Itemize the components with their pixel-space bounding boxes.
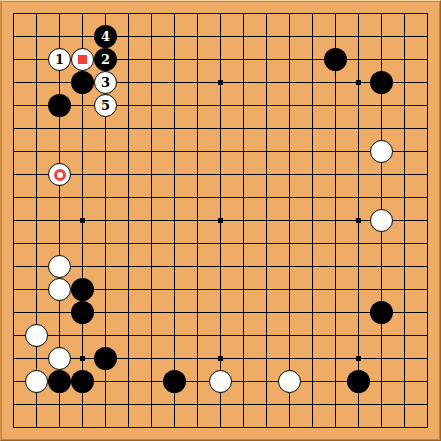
intersection-hr[interactable] (163, 393, 186, 416)
intersection-ah[interactable] (2, 163, 25, 186)
intersection-hl[interactable] (163, 255, 186, 278)
intersection-mf[interactable] (278, 117, 301, 140)
intersection-da[interactable] (71, 2, 94, 25)
intersection-qc[interactable] (370, 48, 393, 71)
intersection-qd[interactable] (370, 71, 393, 94)
intersection-ik[interactable] (186, 232, 209, 255)
intersection-as[interactable] (2, 416, 25, 439)
intersection-hm[interactable] (163, 278, 186, 301)
black-stone[interactable] (71, 370, 94, 393)
intersection-kb[interactable] (232, 25, 255, 48)
intersection-ll[interactable] (255, 255, 278, 278)
intersection-oc[interactable] (324, 48, 347, 71)
intersection-fh[interactable] (117, 163, 140, 186)
intersection-mm[interactable] (278, 278, 301, 301)
intersection-hb[interactable] (163, 25, 186, 48)
intersection-oa[interactable] (324, 2, 347, 25)
intersection-gb[interactable] (140, 25, 163, 48)
intersection-dd[interactable] (71, 71, 94, 94)
intersection-cg[interactable] (48, 140, 71, 163)
intersection-if[interactable] (186, 117, 209, 140)
intersection-na[interactable] (301, 2, 324, 25)
intersection-ps[interactable] (347, 416, 370, 439)
intersection-ka[interactable] (232, 2, 255, 25)
intersection-kd[interactable] (232, 71, 255, 94)
intersection-gn[interactable] (140, 301, 163, 324)
intersection-dn[interactable] (71, 301, 94, 324)
intersection-bl[interactable] (25, 255, 48, 278)
white-stone[interactable] (48, 347, 71, 370)
intersection-do[interactable] (71, 324, 94, 347)
intersection-se[interactable] (416, 94, 439, 117)
intersection-ip[interactable] (186, 347, 209, 370)
intersection-gc[interactable] (140, 48, 163, 71)
white-stone-move-5[interactable]: 5 (94, 94, 117, 117)
intersection-cs[interactable] (48, 416, 71, 439)
intersection-dc[interactable] (71, 48, 94, 71)
white-stone[interactable] (278, 370, 301, 393)
intersection-sk[interactable] (416, 232, 439, 255)
intersection-kr[interactable] (232, 393, 255, 416)
intersection-fd[interactable] (117, 71, 140, 94)
intersection-ji[interactable] (209, 186, 232, 209)
intersection-gs[interactable] (140, 416, 163, 439)
intersection-me[interactable] (278, 94, 301, 117)
intersection-sl[interactable] (416, 255, 439, 278)
intersection-rf[interactable] (393, 117, 416, 140)
intersection-qg[interactable] (370, 140, 393, 163)
intersection-sr[interactable] (416, 393, 439, 416)
intersection-sh[interactable] (416, 163, 439, 186)
intersection-fk[interactable] (117, 232, 140, 255)
intersection-jh[interactable] (209, 163, 232, 186)
intersection-aa[interactable] (2, 2, 25, 25)
intersection-ep[interactable] (94, 347, 117, 370)
intersection-cp[interactable] (48, 347, 71, 370)
intersection-oq[interactable] (324, 370, 347, 393)
intersection-ls[interactable] (255, 416, 278, 439)
intersection-rh[interactable] (393, 163, 416, 186)
intersection-sa[interactable] (416, 2, 439, 25)
intersection-ic[interactable] (186, 48, 209, 71)
intersection-gj[interactable] (140, 209, 163, 232)
intersection-ss[interactable] (416, 416, 439, 439)
intersection-gf[interactable] (140, 117, 163, 140)
intersection-ao[interactable] (2, 324, 25, 347)
intersection-in[interactable] (186, 301, 209, 324)
intersection-ln[interactable] (255, 301, 278, 324)
intersection-rj[interactable] (393, 209, 416, 232)
intersection-hj[interactable] (163, 209, 186, 232)
intersection-pj[interactable] (347, 209, 370, 232)
black-stone[interactable] (94, 347, 117, 370)
intersection-mc[interactable] (278, 48, 301, 71)
intersection-pd[interactable] (347, 71, 370, 94)
intersection-nr[interactable] (301, 393, 324, 416)
intersection-nj[interactable] (301, 209, 324, 232)
intersection-al[interactable] (2, 255, 25, 278)
intersection-kk[interactable] (232, 232, 255, 255)
intersection-og[interactable] (324, 140, 347, 163)
intersection-ff[interactable] (117, 117, 140, 140)
intersection-pf[interactable] (347, 117, 370, 140)
intersection-gg[interactable] (140, 140, 163, 163)
intersection-ae[interactable] (2, 94, 25, 117)
intersection-gd[interactable] (140, 71, 163, 94)
intersection-sd[interactable] (416, 71, 439, 94)
white-stone[interactable] (48, 255, 71, 278)
intersection-ks[interactable] (232, 416, 255, 439)
intersection-lq[interactable] (255, 370, 278, 393)
intersection-sq[interactable] (416, 370, 439, 393)
intersection-js[interactable] (209, 416, 232, 439)
intersection-hp[interactable] (163, 347, 186, 370)
intersection-ir[interactable] (186, 393, 209, 416)
intersection-pp[interactable] (347, 347, 370, 370)
intersection-iq[interactable] (186, 370, 209, 393)
intersection-lo[interactable] (255, 324, 278, 347)
intersection-fe[interactable] (117, 94, 140, 117)
intersection-nd[interactable] (301, 71, 324, 94)
intersection-ec[interactable]: 2 (94, 48, 117, 71)
intersection-hg[interactable] (163, 140, 186, 163)
intersection-mr[interactable] (278, 393, 301, 416)
intersection-dq[interactable] (71, 370, 94, 393)
intersection-hf[interactable] (163, 117, 186, 140)
intersection-pi[interactable] (347, 186, 370, 209)
intersection-cd[interactable] (48, 71, 71, 94)
intersection-lm[interactable] (255, 278, 278, 301)
intersection-bo[interactable] (25, 324, 48, 347)
intersection-pb[interactable] (347, 25, 370, 48)
intersection-he[interactable] (163, 94, 186, 117)
intersection-pe[interactable] (347, 94, 370, 117)
intersection-jd[interactable] (209, 71, 232, 94)
intersection-la[interactable] (255, 2, 278, 25)
intersection-jf[interactable] (209, 117, 232, 140)
intersection-bm[interactable] (25, 278, 48, 301)
intersection-nm[interactable] (301, 278, 324, 301)
intersection-qf[interactable] (370, 117, 393, 140)
intersection-ac[interactable] (2, 48, 25, 71)
white-stone[interactable] (48, 278, 71, 301)
intersection-lf[interactable] (255, 117, 278, 140)
intersection-hq[interactable] (163, 370, 186, 393)
intersection-qi[interactable] (370, 186, 393, 209)
intersection-cl[interactable] (48, 255, 71, 278)
intersection-bh[interactable] (25, 163, 48, 186)
intersection-mn[interactable] (278, 301, 301, 324)
intersection-cm[interactable] (48, 278, 71, 301)
intersection-ai[interactable] (2, 186, 25, 209)
intersection-qq[interactable] (370, 370, 393, 393)
black-stone[interactable] (71, 301, 94, 324)
intersection-bb[interactable] (25, 25, 48, 48)
intersection-id[interactable] (186, 71, 209, 94)
intersection-bg[interactable] (25, 140, 48, 163)
intersection-dp[interactable] (71, 347, 94, 370)
intersection-jr[interactable] (209, 393, 232, 416)
intersection-qe[interactable] (370, 94, 393, 117)
intersection-lg[interactable] (255, 140, 278, 163)
intersection-li[interactable] (255, 186, 278, 209)
intersection-dh[interactable] (71, 163, 94, 186)
intersection-ak[interactable] (2, 232, 25, 255)
intersection-eh[interactable] (94, 163, 117, 186)
intersection-ok[interactable] (324, 232, 347, 255)
intersection-eo[interactable] (94, 324, 117, 347)
intersection-dk[interactable] (71, 232, 94, 255)
intersection-sm[interactable] (416, 278, 439, 301)
black-stone[interactable] (71, 71, 94, 94)
white-stone[interactable] (25, 324, 48, 347)
intersection-ek[interactable] (94, 232, 117, 255)
intersection-ke[interactable] (232, 94, 255, 117)
intersection-af[interactable] (2, 117, 25, 140)
intersection-op[interactable] (324, 347, 347, 370)
intersection-sp[interactable] (416, 347, 439, 370)
intersection-er[interactable] (94, 393, 117, 416)
intersection-mg[interactable] (278, 140, 301, 163)
intersection-ri[interactable] (393, 186, 416, 209)
intersection-ie[interactable] (186, 94, 209, 117)
intersection-fm[interactable] (117, 278, 140, 301)
intersection-ro[interactable] (393, 324, 416, 347)
intersection-ca[interactable] (48, 2, 71, 25)
intersection-em[interactable] (94, 278, 117, 301)
intersection-cf[interactable] (48, 117, 71, 140)
white-stone-square-marked[interactable] (71, 48, 94, 71)
intersection-nq[interactable] (301, 370, 324, 393)
intersection-od[interactable] (324, 71, 347, 94)
intersection-fq[interactable] (117, 370, 140, 393)
intersection-ee[interactable]: 5 (94, 94, 117, 117)
intersection-cn[interactable] (48, 301, 71, 324)
intersection-of[interactable] (324, 117, 347, 140)
white-stone[interactable] (209, 370, 232, 393)
intersection-ma[interactable] (278, 2, 301, 25)
intersection-cr[interactable] (48, 393, 71, 416)
intersection-rm[interactable] (393, 278, 416, 301)
intersection-qn[interactable] (370, 301, 393, 324)
intersection-rp[interactable] (393, 347, 416, 370)
intersection-oh[interactable] (324, 163, 347, 186)
intersection-jm[interactable] (209, 278, 232, 301)
intersection-db[interactable] (71, 25, 94, 48)
intersection-ea[interactable] (94, 2, 117, 25)
intersection-jc[interactable] (209, 48, 232, 71)
intersection-dr[interactable] (71, 393, 94, 416)
intersection-gr[interactable] (140, 393, 163, 416)
intersection-fo[interactable] (117, 324, 140, 347)
intersection-fc[interactable] (117, 48, 140, 71)
black-stone[interactable] (48, 94, 71, 117)
intersection-hk[interactable] (163, 232, 186, 255)
intersection-lp[interactable] (255, 347, 278, 370)
intersection-si[interactable] (416, 186, 439, 209)
intersection-ng[interactable] (301, 140, 324, 163)
intersection-fp[interactable] (117, 347, 140, 370)
intersection-dl[interactable] (71, 255, 94, 278)
white-stone[interactable] (370, 209, 393, 232)
white-stone-move-3[interactable]: 3 (94, 71, 117, 94)
white-stone-move-1[interactable]: 1 (48, 48, 71, 71)
intersection-fs[interactable] (117, 416, 140, 439)
intersection-km[interactable] (232, 278, 255, 301)
intersection-ho[interactable] (163, 324, 186, 347)
intersection-mi[interactable] (278, 186, 301, 209)
intersection-ad[interactable] (2, 71, 25, 94)
intersection-hi[interactable] (163, 186, 186, 209)
intersection-ns[interactable] (301, 416, 324, 439)
intersection-ms[interactable] (278, 416, 301, 439)
intersection-ig[interactable] (186, 140, 209, 163)
intersection-om[interactable] (324, 278, 347, 301)
intersection-mj[interactable] (278, 209, 301, 232)
intersection-br[interactable] (25, 393, 48, 416)
intersection-el[interactable] (94, 255, 117, 278)
intersection-pm[interactable] (347, 278, 370, 301)
intersection-fr[interactable] (117, 393, 140, 416)
intersection-qj[interactable] (370, 209, 393, 232)
intersection-kq[interactable] (232, 370, 255, 393)
intersection-je[interactable] (209, 94, 232, 117)
intersection-di[interactable] (71, 186, 94, 209)
intersection-ih[interactable] (186, 163, 209, 186)
intersection-fj[interactable] (117, 209, 140, 232)
intersection-ed[interactable]: 3 (94, 71, 117, 94)
intersection-ej[interactable] (94, 209, 117, 232)
intersection-pl[interactable] (347, 255, 370, 278)
intersection-ch[interactable] (48, 163, 71, 186)
intersection-re[interactable] (393, 94, 416, 117)
intersection-ne[interactable] (301, 94, 324, 117)
intersection-ce[interactable] (48, 94, 71, 117)
intersection-de[interactable] (71, 94, 94, 117)
intersection-lk[interactable] (255, 232, 278, 255)
intersection-ml[interactable] (278, 255, 301, 278)
black-stone[interactable] (163, 370, 186, 393)
intersection-jb[interactable] (209, 25, 232, 48)
intersection-im[interactable] (186, 278, 209, 301)
intersection-sg[interactable] (416, 140, 439, 163)
intersection-po[interactable] (347, 324, 370, 347)
intersection-md[interactable] (278, 71, 301, 94)
black-stone-move-2[interactable]: 2 (94, 48, 117, 71)
intersection-be[interactable] (25, 94, 48, 117)
white-stone[interactable] (25, 370, 48, 393)
intersection-sf[interactable] (416, 117, 439, 140)
intersection-rd[interactable] (393, 71, 416, 94)
intersection-hd[interactable] (163, 71, 186, 94)
intersection-le[interactable] (255, 94, 278, 117)
intersection-dm[interactable] (71, 278, 94, 301)
intersection-jj[interactable] (209, 209, 232, 232)
intersection-pr[interactable] (347, 393, 370, 416)
black-stone[interactable] (370, 71, 393, 94)
intersection-sb[interactable] (416, 25, 439, 48)
intersection-ab[interactable] (2, 25, 25, 48)
intersection-nn[interactable] (301, 301, 324, 324)
intersection-gq[interactable] (140, 370, 163, 393)
intersection-nb[interactable] (301, 25, 324, 48)
black-stone[interactable] (324, 48, 347, 71)
intersection-qp[interactable] (370, 347, 393, 370)
intersection-ag[interactable] (2, 140, 25, 163)
black-stone[interactable] (347, 370, 370, 393)
intersection-kf[interactable] (232, 117, 255, 140)
intersection-ki[interactable] (232, 186, 255, 209)
intersection-ob[interactable] (324, 25, 347, 48)
intersection-lj[interactable] (255, 209, 278, 232)
intersection-fa[interactable] (117, 2, 140, 25)
intersection-qm[interactable] (370, 278, 393, 301)
intersection-qr[interactable] (370, 393, 393, 416)
intersection-or[interactable] (324, 393, 347, 416)
intersection-ql[interactable] (370, 255, 393, 278)
intersection-df[interactable] (71, 117, 94, 140)
intersection-lc[interactable] (255, 48, 278, 71)
intersection-oe[interactable] (324, 94, 347, 117)
intersection-dg[interactable] (71, 140, 94, 163)
intersection-nc[interactable] (301, 48, 324, 71)
intersection-rc[interactable] (393, 48, 416, 71)
intersection-hn[interactable] (163, 301, 186, 324)
intersection-es[interactable] (94, 416, 117, 439)
intersection-kg[interactable] (232, 140, 255, 163)
intersection-pq[interactable] (347, 370, 370, 393)
intersection-cj[interactable] (48, 209, 71, 232)
intersection-pc[interactable] (347, 48, 370, 71)
intersection-eb[interactable]: 4 (94, 25, 117, 48)
intersection-mb[interactable] (278, 25, 301, 48)
intersection-ar[interactable] (2, 393, 25, 416)
intersection-bk[interactable] (25, 232, 48, 255)
intersection-sj[interactable] (416, 209, 439, 232)
intersection-gi[interactable] (140, 186, 163, 209)
intersection-mo[interactable] (278, 324, 301, 347)
intersection-jk[interactable] (209, 232, 232, 255)
intersection-go[interactable] (140, 324, 163, 347)
intersection-bs[interactable] (25, 416, 48, 439)
intersection-qh[interactable] (370, 163, 393, 186)
intersection-fb[interactable] (117, 25, 140, 48)
intersection-en[interactable] (94, 301, 117, 324)
intersection-on[interactable] (324, 301, 347, 324)
white-stone-circle-marked[interactable] (48, 163, 71, 186)
intersection-ef[interactable] (94, 117, 117, 140)
intersection-rb[interactable] (393, 25, 416, 48)
intersection-nh[interactable] (301, 163, 324, 186)
intersection-kl[interactable] (232, 255, 255, 278)
intersection-ck[interactable] (48, 232, 71, 255)
intersection-ei[interactable] (94, 186, 117, 209)
intersection-jp[interactable] (209, 347, 232, 370)
intersection-kp[interactable] (232, 347, 255, 370)
intersection-jn[interactable] (209, 301, 232, 324)
intersection-bj[interactable] (25, 209, 48, 232)
intersection-gk[interactable] (140, 232, 163, 255)
intersection-bp[interactable] (25, 347, 48, 370)
intersection-gp[interactable] (140, 347, 163, 370)
intersection-lb[interactable] (255, 25, 278, 48)
intersection-gl[interactable] (140, 255, 163, 278)
intersection-sn[interactable] (416, 301, 439, 324)
intersection-ni[interactable] (301, 186, 324, 209)
intersection-is[interactable] (186, 416, 209, 439)
intersection-qb[interactable] (370, 25, 393, 48)
intersection-jo[interactable] (209, 324, 232, 347)
